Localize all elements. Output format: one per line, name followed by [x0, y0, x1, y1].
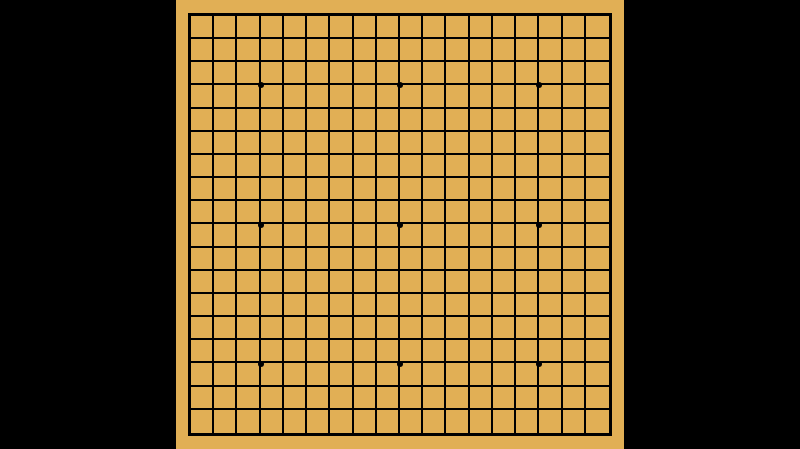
board-cell[interactable]: [284, 363, 307, 386]
board-cell[interactable]: [539, 410, 562, 433]
board-cell[interactable]: [423, 201, 446, 224]
board-cell[interactable]: [191, 39, 214, 62]
board-cell[interactable]: [307, 16, 330, 39]
board-cell[interactable]: [586, 340, 609, 363]
board-cell[interactable]: [470, 85, 493, 108]
board-cell[interactable]: [354, 39, 377, 62]
board-cell[interactable]: [354, 410, 377, 433]
board-cell[interactable]: [423, 387, 446, 410]
board-cell[interactable]: [563, 410, 586, 433]
board-cell[interactable]: [284, 201, 307, 224]
board-cell[interactable]: [563, 155, 586, 178]
board-cell[interactable]: [377, 271, 400, 294]
go-board[interactable]: [176, 0, 624, 449]
board-cell[interactable]: [191, 294, 214, 317]
board-cell[interactable]: [539, 248, 562, 271]
board-cell[interactable]: [446, 363, 469, 386]
board-cell[interactable]: [446, 155, 469, 178]
board-cell[interactable]: [423, 85, 446, 108]
board-cell[interactable]: [191, 16, 214, 39]
board-cell[interactable]: [516, 317, 539, 340]
board-cell[interactable]: [330, 294, 353, 317]
board-cell[interactable]: [191, 155, 214, 178]
board-cell[interactable]: [400, 363, 423, 386]
board-cell[interactable]: [214, 294, 237, 317]
board-cell[interactable]: [354, 178, 377, 201]
board-cell[interactable]: [446, 16, 469, 39]
board-cell[interactable]: [563, 363, 586, 386]
board-cell[interactable]: [400, 39, 423, 62]
board-cell[interactable]: [423, 317, 446, 340]
board-cell[interactable]: [446, 410, 469, 433]
board-cell[interactable]: [354, 317, 377, 340]
board-cell[interactable]: [470, 132, 493, 155]
board-cell[interactable]: [470, 224, 493, 247]
board-cell[interactable]: [237, 201, 260, 224]
board-cell[interactable]: [470, 39, 493, 62]
board-cell[interactable]: [493, 271, 516, 294]
board-cell[interactable]: [400, 201, 423, 224]
board-cell[interactable]: [446, 317, 469, 340]
board-cell[interactable]: [261, 39, 284, 62]
board-cell[interactable]: [261, 294, 284, 317]
board-cell[interactable]: [191, 132, 214, 155]
board-cell[interactable]: [330, 410, 353, 433]
board-cell[interactable]: [330, 39, 353, 62]
board-cell[interactable]: [586, 224, 609, 247]
board-cell[interactable]: [284, 39, 307, 62]
board-cell[interactable]: [284, 387, 307, 410]
board-cell[interactable]: [563, 109, 586, 132]
board-cell[interactable]: [423, 178, 446, 201]
board-cell[interactable]: [377, 132, 400, 155]
board-cell[interactable]: [330, 271, 353, 294]
board-cell[interactable]: [354, 62, 377, 85]
board-cell[interactable]: [261, 363, 284, 386]
board-cell[interactable]: [354, 132, 377, 155]
board-cell[interactable]: [539, 132, 562, 155]
board-cell[interactable]: [400, 387, 423, 410]
board-cell[interactable]: [563, 387, 586, 410]
board-cell[interactable]: [586, 178, 609, 201]
board-cell[interactable]: [261, 155, 284, 178]
board-cell[interactable]: [191, 410, 214, 433]
board-cell[interactable]: [377, 340, 400, 363]
board-cell[interactable]: [307, 294, 330, 317]
board-cell[interactable]: [330, 62, 353, 85]
board-cell[interactable]: [516, 178, 539, 201]
board-cell[interactable]: [377, 178, 400, 201]
board-cell[interactable]: [237, 39, 260, 62]
board-cell[interactable]: [214, 248, 237, 271]
board-cell[interactable]: [261, 271, 284, 294]
board-cell[interactable]: [493, 62, 516, 85]
board-cell[interactable]: [307, 271, 330, 294]
board-cell[interactable]: [354, 109, 377, 132]
board-cell[interactable]: [586, 271, 609, 294]
board-cell[interactable]: [214, 39, 237, 62]
board-cell[interactable]: [284, 224, 307, 247]
board-cell[interactable]: [284, 294, 307, 317]
board-cell[interactable]: [539, 294, 562, 317]
board-cell[interactable]: [307, 39, 330, 62]
board-cell[interactable]: [539, 271, 562, 294]
board-cell[interactable]: [330, 155, 353, 178]
board-cell[interactable]: [307, 155, 330, 178]
board-cell[interactable]: [377, 387, 400, 410]
board-cell[interactable]: [377, 294, 400, 317]
board-cell[interactable]: [284, 248, 307, 271]
board-cell[interactable]: [423, 16, 446, 39]
board-cell[interactable]: [493, 155, 516, 178]
board-cell[interactable]: [563, 16, 586, 39]
board-cell[interactable]: [307, 387, 330, 410]
board-cell[interactable]: [539, 155, 562, 178]
board-cell[interactable]: [284, 109, 307, 132]
board-cell[interactable]: [539, 201, 562, 224]
board-cell[interactable]: [261, 16, 284, 39]
board-cell[interactable]: [191, 224, 214, 247]
board-cell[interactable]: [214, 85, 237, 108]
board-cell[interactable]: [191, 340, 214, 363]
board-cell[interactable]: [377, 155, 400, 178]
board-cell[interactable]: [586, 16, 609, 39]
board-cell[interactable]: [586, 294, 609, 317]
board-cell[interactable]: [377, 410, 400, 433]
board-cell[interactable]: [261, 248, 284, 271]
board-cell[interactable]: [586, 39, 609, 62]
board-cell[interactable]: [493, 363, 516, 386]
board-cell[interactable]: [446, 201, 469, 224]
board-cell[interactable]: [237, 132, 260, 155]
board-cell[interactable]: [446, 224, 469, 247]
board-cell[interactable]: [586, 387, 609, 410]
board-cell[interactable]: [377, 248, 400, 271]
board-cell[interactable]: [214, 410, 237, 433]
board-cell[interactable]: [586, 317, 609, 340]
board-cell[interactable]: [261, 109, 284, 132]
board-cell[interactable]: [307, 85, 330, 108]
board-cell[interactable]: [214, 16, 237, 39]
board-cell[interactable]: [516, 201, 539, 224]
board-cell[interactable]: [261, 224, 284, 247]
board-cell[interactable]: [214, 317, 237, 340]
board-cell[interactable]: [237, 363, 260, 386]
board-cell[interactable]: [330, 387, 353, 410]
board-cell[interactable]: [539, 85, 562, 108]
board-cell[interactable]: [237, 271, 260, 294]
board-cell[interactable]: [493, 109, 516, 132]
board-cell[interactable]: [237, 155, 260, 178]
board-cell[interactable]: [214, 363, 237, 386]
board-cell[interactable]: [307, 224, 330, 247]
board-cell[interactable]: [237, 178, 260, 201]
board-cell[interactable]: [237, 294, 260, 317]
board-cell[interactable]: [284, 178, 307, 201]
board-cell[interactable]: [563, 294, 586, 317]
board-cell[interactable]: [237, 109, 260, 132]
board-cell[interactable]: [191, 85, 214, 108]
board-cell[interactable]: [400, 155, 423, 178]
board-cell[interactable]: [284, 410, 307, 433]
board-cell[interactable]: [470, 271, 493, 294]
board-cell[interactable]: [330, 132, 353, 155]
board-cell[interactable]: [470, 340, 493, 363]
board-cell[interactable]: [261, 85, 284, 108]
board-cell[interactable]: [423, 271, 446, 294]
board-cell[interactable]: [446, 39, 469, 62]
board-cell[interactable]: [423, 224, 446, 247]
board-cell[interactable]: [261, 410, 284, 433]
board-cell[interactable]: [423, 39, 446, 62]
board-cell[interactable]: [470, 248, 493, 271]
board-cell[interactable]: [284, 155, 307, 178]
board-cell[interactable]: [330, 178, 353, 201]
board-cell[interactable]: [191, 387, 214, 410]
board-cell[interactable]: [330, 340, 353, 363]
board-cell[interactable]: [446, 62, 469, 85]
board-cell[interactable]: [330, 317, 353, 340]
board-cell[interactable]: [516, 39, 539, 62]
board-cell[interactable]: [563, 248, 586, 271]
board-cell[interactable]: [307, 317, 330, 340]
board-cell[interactable]: [330, 16, 353, 39]
board-cell[interactable]: [191, 109, 214, 132]
board-cell[interactable]: [516, 16, 539, 39]
board-cell[interactable]: [354, 85, 377, 108]
board-cell[interactable]: [354, 16, 377, 39]
board-cell[interactable]: [423, 248, 446, 271]
board-cell[interactable]: [516, 410, 539, 433]
board-cell[interactable]: [284, 16, 307, 39]
board-cell[interactable]: [446, 271, 469, 294]
board-cell[interactable]: [191, 62, 214, 85]
board-cell[interactable]: [330, 224, 353, 247]
board-cell[interactable]: [354, 155, 377, 178]
board-cell[interactable]: [539, 62, 562, 85]
board-cell[interactable]: [586, 62, 609, 85]
board-cell[interactable]: [493, 387, 516, 410]
board-cell[interactable]: [237, 248, 260, 271]
board-cell[interactable]: [377, 363, 400, 386]
board-cell[interactable]: [307, 132, 330, 155]
board-cell[interactable]: [470, 387, 493, 410]
board-cell[interactable]: [330, 248, 353, 271]
board-cell[interactable]: [470, 16, 493, 39]
board-cell[interactable]: [400, 109, 423, 132]
board-cell[interactable]: [470, 294, 493, 317]
board-cell[interactable]: [563, 317, 586, 340]
board-cell[interactable]: [516, 155, 539, 178]
board-cell[interactable]: [493, 317, 516, 340]
board-cell[interactable]: [354, 224, 377, 247]
board-cell[interactable]: [446, 178, 469, 201]
board-cell[interactable]: [191, 363, 214, 386]
board-cell[interactable]: [237, 410, 260, 433]
board-cell[interactable]: [214, 155, 237, 178]
board-cell[interactable]: [563, 62, 586, 85]
board-cell[interactable]: [330, 109, 353, 132]
board-cell[interactable]: [446, 387, 469, 410]
board-cell[interactable]: [354, 294, 377, 317]
board-cell[interactable]: [191, 248, 214, 271]
board-cell[interactable]: [516, 132, 539, 155]
board-cell[interactable]: [446, 132, 469, 155]
board-cell[interactable]: [493, 132, 516, 155]
board-cell[interactable]: [237, 340, 260, 363]
board-cell[interactable]: [307, 410, 330, 433]
board-cell[interactable]: [516, 340, 539, 363]
board-cell[interactable]: [493, 178, 516, 201]
board-cell[interactable]: [493, 201, 516, 224]
board-cell[interactable]: [284, 340, 307, 363]
board-cell[interactable]: [400, 132, 423, 155]
board-cell[interactable]: [586, 201, 609, 224]
board-cell[interactable]: [354, 201, 377, 224]
board-cell[interactable]: [446, 85, 469, 108]
board-cell[interactable]: [237, 62, 260, 85]
board-cell[interactable]: [400, 62, 423, 85]
board-cell[interactable]: [563, 39, 586, 62]
board-cell[interactable]: [516, 224, 539, 247]
board-cell[interactable]: [400, 85, 423, 108]
board-cell[interactable]: [214, 201, 237, 224]
board-cell[interactable]: [539, 224, 562, 247]
board-cell[interactable]: [237, 16, 260, 39]
board-cell[interactable]: [214, 132, 237, 155]
board-cell[interactable]: [563, 201, 586, 224]
board-cell[interactable]: [214, 62, 237, 85]
board-cell[interactable]: [191, 271, 214, 294]
board-cell[interactable]: [237, 224, 260, 247]
board-cell[interactable]: [191, 201, 214, 224]
board-cell[interactable]: [493, 85, 516, 108]
board-cell[interactable]: [423, 340, 446, 363]
board-cell[interactable]: [214, 340, 237, 363]
board-cell[interactable]: [563, 178, 586, 201]
board-cell[interactable]: [284, 85, 307, 108]
board-cell[interactable]: [284, 271, 307, 294]
board-cell[interactable]: [539, 317, 562, 340]
board-cell[interactable]: [191, 317, 214, 340]
board-cell[interactable]: [214, 109, 237, 132]
board-cell[interactable]: [354, 271, 377, 294]
board-cell[interactable]: [400, 340, 423, 363]
board-cell[interactable]: [214, 224, 237, 247]
board-cell[interactable]: [307, 109, 330, 132]
board-cell[interactable]: [586, 410, 609, 433]
board-cell[interactable]: [377, 85, 400, 108]
board-cell[interactable]: [330, 85, 353, 108]
board-cell[interactable]: [261, 62, 284, 85]
board-cell[interactable]: [446, 248, 469, 271]
board-cell[interactable]: [423, 294, 446, 317]
board-cell[interactable]: [261, 317, 284, 340]
board-cell[interactable]: [377, 39, 400, 62]
board-cell[interactable]: [470, 317, 493, 340]
board-cell[interactable]: [586, 363, 609, 386]
board-cell[interactable]: [377, 317, 400, 340]
board-cell[interactable]: [470, 201, 493, 224]
board-cell[interactable]: [354, 387, 377, 410]
board-cell[interactable]: [261, 132, 284, 155]
board-cell[interactable]: [400, 317, 423, 340]
board-cell[interactable]: [214, 387, 237, 410]
board-cell[interactable]: [330, 201, 353, 224]
board-cell[interactable]: [586, 85, 609, 108]
board-cell[interactable]: [400, 410, 423, 433]
board-cell[interactable]: [237, 85, 260, 108]
board-cell[interactable]: [586, 132, 609, 155]
board-cell[interactable]: [446, 109, 469, 132]
board-cell[interactable]: [307, 178, 330, 201]
board-cell[interactable]: [563, 224, 586, 247]
board-cell[interactable]: [377, 224, 400, 247]
board-cell[interactable]: [516, 62, 539, 85]
board-cell[interactable]: [586, 155, 609, 178]
board-cell[interactable]: [493, 294, 516, 317]
board-cell[interactable]: [586, 248, 609, 271]
board-cell[interactable]: [214, 271, 237, 294]
board-cell[interactable]: [354, 363, 377, 386]
board-cell[interactable]: [284, 317, 307, 340]
board-cell[interactable]: [237, 317, 260, 340]
board-cell[interactable]: [400, 16, 423, 39]
board-cell[interactable]: [516, 85, 539, 108]
board-cell[interactable]: [354, 340, 377, 363]
board-cell[interactable]: [539, 178, 562, 201]
board-cell[interactable]: [400, 224, 423, 247]
board-cell[interactable]: [539, 39, 562, 62]
board-cell[interactable]: [423, 410, 446, 433]
board-cell[interactable]: [446, 340, 469, 363]
board-cell[interactable]: [377, 16, 400, 39]
board-cell[interactable]: [470, 109, 493, 132]
board-cell[interactable]: [516, 294, 539, 317]
board-cell[interactable]: [377, 62, 400, 85]
board-cell[interactable]: [423, 363, 446, 386]
board-cell[interactable]: [563, 85, 586, 108]
board-cell[interactable]: [516, 248, 539, 271]
board-cell[interactable]: [470, 410, 493, 433]
board-cell[interactable]: [516, 109, 539, 132]
board-cell[interactable]: [493, 16, 516, 39]
board-cell[interactable]: [400, 294, 423, 317]
board-cell[interactable]: [261, 178, 284, 201]
board-cell[interactable]: [493, 224, 516, 247]
board-cell[interactable]: [539, 363, 562, 386]
board-cell[interactable]: [516, 363, 539, 386]
board-cell[interactable]: [284, 62, 307, 85]
board-cell[interactable]: [377, 109, 400, 132]
board-cell[interactable]: [307, 340, 330, 363]
board-cell[interactable]: [586, 109, 609, 132]
board-cell[interactable]: [539, 109, 562, 132]
board-cell[interactable]: [470, 363, 493, 386]
board-cell[interactable]: [237, 387, 260, 410]
board-cell[interactable]: [470, 62, 493, 85]
board-cell[interactable]: [516, 387, 539, 410]
board-cell[interactable]: [261, 340, 284, 363]
board-cell[interactable]: [400, 248, 423, 271]
board-cell[interactable]: [539, 387, 562, 410]
board-cell[interactable]: [400, 178, 423, 201]
board-cell[interactable]: [330, 363, 353, 386]
board-cell[interactable]: [423, 155, 446, 178]
board-cell[interactable]: [214, 178, 237, 201]
board-cell[interactable]: [423, 109, 446, 132]
board-cell[interactable]: [446, 294, 469, 317]
